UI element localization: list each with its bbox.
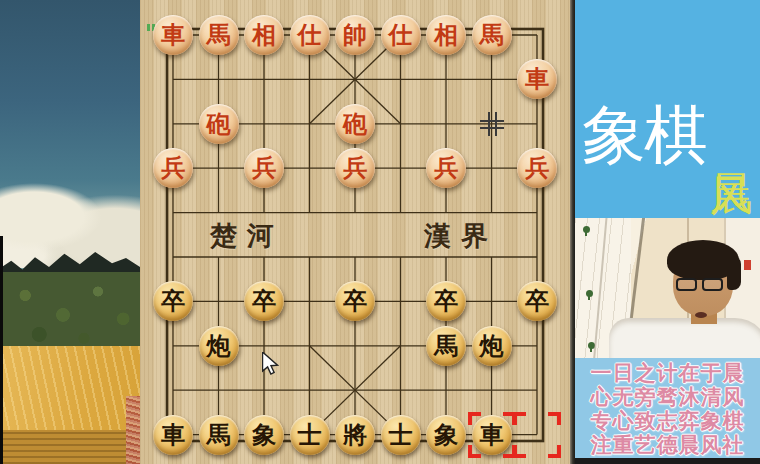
xiangqi-piece[interactable]: 炮	[199, 326, 239, 366]
xiangqi-piece[interactable]: 仕	[381, 15, 421, 55]
last-move-bracket	[468, 412, 516, 458]
xiangqi-piece[interactable]: 卒	[426, 281, 466, 321]
clouds	[0, 108, 140, 268]
wheat-field	[0, 346, 140, 434]
xiangqi-piece[interactable]: 兵	[517, 148, 557, 188]
motto-panel: 一日之计在于晨 心无旁骛沐清风 专心致志弈象棋 注重艺德晨风社	[575, 358, 760, 464]
stream-frame: 楚河 漢界 車馬相仕帥仕相馬車砲砲兵兵兵兵兵卒卒卒卒卒炮馬炮車馬象士將士象車 象…	[0, 0, 760, 464]
xiangqi-piece[interactable]: 砲	[335, 104, 375, 144]
xiangqi-piece[interactable]: 馬	[426, 326, 466, 366]
red-sticker	[744, 260, 751, 270]
right-panel: 象棋 晨风 一日之计在于晨 心无旁骛沐清风 专心致志弈象棋 注重艺德晨风社	[575, 0, 760, 464]
wall-decal	[583, 226, 590, 233]
left-edge-sliver	[0, 236, 3, 464]
xiangqi-piece[interactable]: 象	[244, 415, 284, 455]
xiangqi-piece[interactable]: 馬	[199, 415, 239, 455]
xiangqi-piece[interactable]: 車	[517, 59, 557, 99]
river-label-left: 楚河	[210, 218, 284, 254]
river-label-right: 漢界	[424, 218, 498, 254]
xiangqi-piece[interactable]: 士	[290, 415, 330, 455]
streamer-mouth	[695, 312, 707, 318]
xiangqi-board[interactable]: 楚河 漢界 車馬相仕帥仕相馬車砲砲兵兵兵兵兵卒卒卒卒卒炮馬炮車馬象士將士象車	[140, 0, 570, 464]
xiangqi-piece[interactable]: 卒	[517, 281, 557, 321]
move-origin-crosshair	[479, 111, 505, 137]
channel-banner: 象棋 晨风	[575, 0, 760, 218]
xiangqi-piece[interactable]: 仕	[290, 15, 330, 55]
xiangqi-piece[interactable]: 卒	[335, 281, 375, 321]
motto-line: 一日之计在于晨	[575, 361, 760, 385]
streamer-shirt	[609, 318, 760, 358]
xiangqi-piece[interactable]: 帥	[335, 15, 375, 55]
xiangqi-piece[interactable]: 士	[381, 415, 421, 455]
background-landscape-photo	[0, 0, 140, 464]
bottom-strip	[575, 458, 760, 464]
xiangqi-piece[interactable]: 車	[153, 15, 193, 55]
xiangqi-piece[interactable]: 兵	[244, 148, 284, 188]
xiangqi-piece[interactable]: 相	[244, 15, 284, 55]
xiangqi-piece[interactable]: 卒	[244, 281, 284, 321]
flower-strip	[126, 396, 140, 464]
wall-decal	[586, 290, 593, 297]
xiangqi-piece[interactable]: 卒	[153, 281, 193, 321]
xiangqi-piece[interactable]: 砲	[199, 104, 239, 144]
motto-line: 专心致志弈象棋	[575, 409, 760, 433]
plowed-field	[0, 430, 140, 464]
glasses-icon	[676, 278, 723, 291]
trees	[0, 272, 140, 350]
xiangqi-piece[interactable]: 兵	[335, 148, 375, 188]
motto-line: 注重艺德晨风社	[575, 433, 760, 457]
banner-title: 象棋	[582, 92, 706, 179]
xiangqi-piece[interactable]: 相	[426, 15, 466, 55]
xiangqi-piece[interactable]: 馬	[199, 15, 239, 55]
xiangqi-piece[interactable]: 將	[335, 415, 375, 455]
xiangqi-piece[interactable]: 馬	[472, 15, 512, 55]
xiangqi-piece[interactable]: 象	[426, 415, 466, 455]
board-grid-lines	[140, 0, 570, 464]
last-move-bracket	[513, 412, 561, 458]
xiangqi-piece[interactable]: 兵	[426, 148, 466, 188]
streamer-hair	[667, 240, 739, 280]
xiangqi-piece[interactable]: 車	[153, 415, 193, 455]
banner-subtitle: 晨风	[710, 138, 753, 146]
xiangqi-piece[interactable]: 炮	[472, 326, 512, 366]
xiangqi-piece[interactable]: 兵	[153, 148, 193, 188]
motto-line: 心无旁骛沐清风	[575, 385, 760, 409]
webcam-video[interactable]	[575, 218, 760, 358]
